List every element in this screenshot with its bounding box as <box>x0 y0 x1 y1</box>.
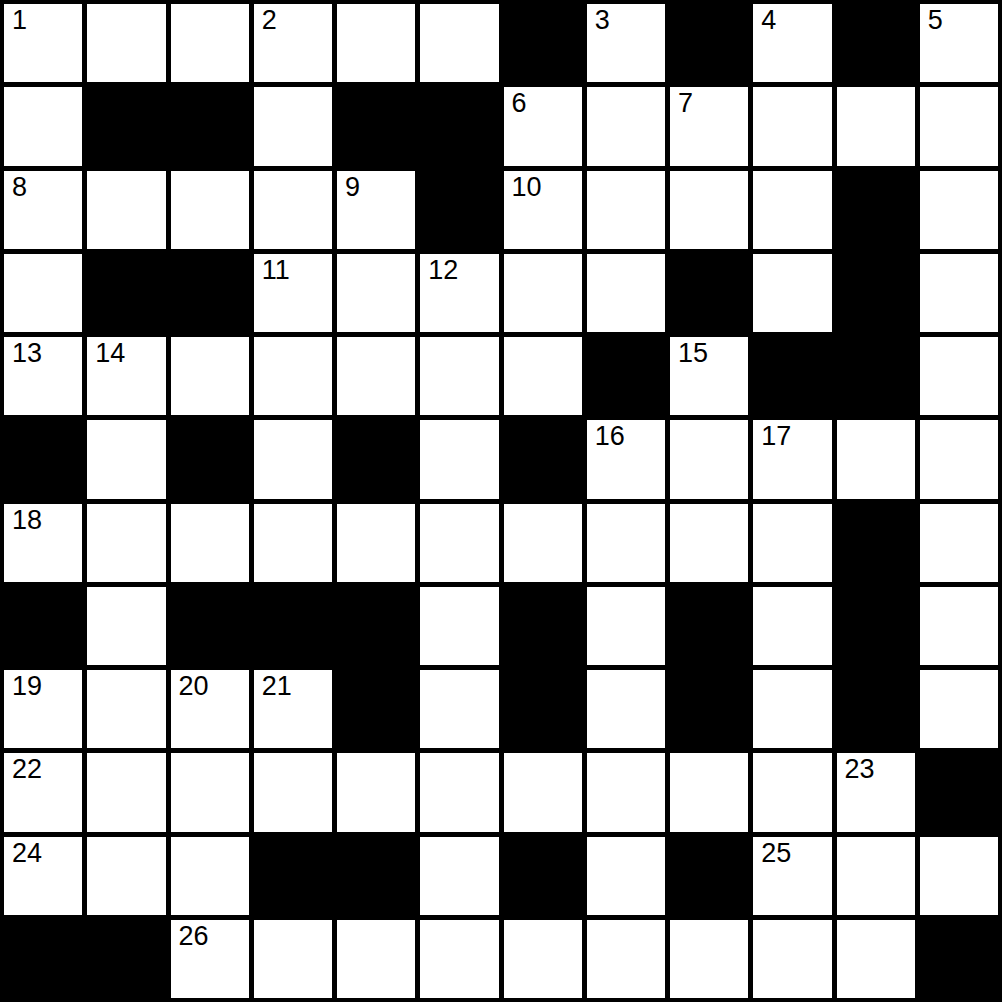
white-cell-r8c8[interactable] <box>587 587 665 665</box>
white-cell-r12c4[interactable] <box>254 920 332 998</box>
black-cell-r8c11 <box>837 587 915 665</box>
black-cell-r6c1 <box>4 420 82 498</box>
white-cell-r10c3[interactable] <box>171 753 249 831</box>
white-cell-r12c10[interactable] <box>753 920 831 998</box>
white-cell-r9c6[interactable] <box>420 670 498 748</box>
white-cell-r5c9[interactable]: 15 <box>670 337 748 415</box>
white-cell-r2c12[interactable] <box>920 87 998 165</box>
black-cell-r5c11 <box>837 337 915 415</box>
white-cell-r4c7[interactable] <box>504 254 582 332</box>
white-cell-r4c8[interactable] <box>587 254 665 332</box>
black-cell-r4c3 <box>171 254 249 332</box>
white-cell-r12c5[interactable] <box>337 920 415 998</box>
white-cell-r4c10[interactable] <box>753 254 831 332</box>
clue-number-13: 13 <box>12 339 42 367</box>
white-cell-r8c10[interactable] <box>753 587 831 665</box>
white-cell-r4c6[interactable]: 12 <box>420 254 498 332</box>
white-cell-r9c2[interactable] <box>87 670 165 748</box>
clue-number-11: 11 <box>262 256 290 284</box>
black-cell-r10c12 <box>920 753 998 831</box>
white-cell-r11c1[interactable]: 24 <box>4 837 82 915</box>
clue-number-17: 17 <box>761 422 791 450</box>
clue-number-12: 12 <box>428 256 458 284</box>
clue-number-22: 22 <box>12 755 42 783</box>
white-cell-r6c2[interactable] <box>87 420 165 498</box>
white-cell-r1c3[interactable] <box>171 4 249 82</box>
clue-number-9: 9 <box>345 173 360 201</box>
white-cell-r2c8[interactable] <box>587 87 665 165</box>
white-cell-r9c4[interactable]: 21 <box>254 670 332 748</box>
black-cell-r2c2 <box>87 87 165 165</box>
white-cell-r8c12[interactable] <box>920 587 998 665</box>
white-cell-r1c12[interactable]: 5 <box>920 4 998 82</box>
white-cell-r10c10[interactable] <box>753 753 831 831</box>
white-cell-r4c12[interactable] <box>920 254 998 332</box>
black-cell-r1c11 <box>837 4 915 82</box>
white-cell-r2c11[interactable] <box>837 87 915 165</box>
clue-number-5: 5 <box>928 6 943 34</box>
white-cell-r11c8[interactable] <box>587 837 665 915</box>
white-cell-r3c4[interactable] <box>254 171 332 249</box>
black-cell-r3c6 <box>420 171 498 249</box>
white-cell-r6c11[interactable] <box>837 420 915 498</box>
clue-number-20: 20 <box>179 672 209 700</box>
black-cell-r9c5 <box>337 670 415 748</box>
white-cell-r3c3[interactable] <box>171 171 249 249</box>
black-cell-r9c9 <box>670 670 748 748</box>
black-cell-r8c3 <box>171 587 249 665</box>
white-cell-r9c8[interactable] <box>587 670 665 748</box>
black-cell-r7c11 <box>837 504 915 582</box>
clue-number-24: 24 <box>12 839 42 867</box>
white-cell-r10c5[interactable] <box>337 753 415 831</box>
white-cell-r4c1[interactable] <box>4 254 82 332</box>
black-cell-r4c11 <box>837 254 915 332</box>
white-cell-r12c3[interactable]: 26 <box>171 920 249 998</box>
white-cell-r10c7[interactable] <box>504 753 582 831</box>
white-cell-r11c3[interactable] <box>171 837 249 915</box>
white-cell-r2c4[interactable] <box>254 87 332 165</box>
white-cell-r10c8[interactable] <box>587 753 665 831</box>
white-cell-r3c5[interactable]: 9 <box>337 171 415 249</box>
clue-number-14: 14 <box>95 339 125 367</box>
black-cell-r3c11 <box>837 171 915 249</box>
black-cell-r11c7 <box>504 837 582 915</box>
white-cell-r10c9[interactable] <box>670 753 748 831</box>
white-cell-r6c10[interactable]: 17 <box>753 420 831 498</box>
white-cell-r7c2[interactable] <box>87 504 165 582</box>
black-cell-r1c9 <box>670 4 748 82</box>
clue-number-25: 25 <box>761 839 791 867</box>
black-cell-r8c4 <box>254 587 332 665</box>
white-cell-r11c10[interactable]: 25 <box>753 837 831 915</box>
white-cell-r7c3[interactable] <box>171 504 249 582</box>
black-cell-r8c1 <box>4 587 82 665</box>
white-cell-r10c1[interactable]: 22 <box>4 753 82 831</box>
white-cell-r12c7[interactable] <box>504 920 582 998</box>
white-cell-r3c10[interactable] <box>753 171 831 249</box>
black-cell-r11c4 <box>254 837 332 915</box>
white-cell-r11c12[interactable] <box>920 837 998 915</box>
clue-number-10: 10 <box>512 173 542 201</box>
clue-number-7: 7 <box>678 89 693 117</box>
white-cell-r7c4[interactable] <box>254 504 332 582</box>
black-cell-r11c9 <box>670 837 748 915</box>
white-cell-r12c8[interactable] <box>587 920 665 998</box>
white-cell-r9c1[interactable]: 19 <box>4 670 82 748</box>
black-cell-r9c11 <box>837 670 915 748</box>
white-cell-r2c1[interactable] <box>4 87 82 165</box>
white-cell-r5c12[interactable] <box>920 337 998 415</box>
white-cell-r1c8[interactable]: 3 <box>587 4 665 82</box>
black-cell-r12c2 <box>87 920 165 998</box>
white-cell-r1c2[interactable] <box>87 4 165 82</box>
clue-number-21: 21 <box>262 672 292 700</box>
black-cell-r12c1 <box>4 920 82 998</box>
black-cell-r9c7 <box>504 670 582 748</box>
white-cell-r6c4[interactable] <box>254 420 332 498</box>
white-cell-r6c8[interactable]: 16 <box>587 420 665 498</box>
white-cell-r7c8[interactable] <box>587 504 665 582</box>
white-cell-r9c3[interactable]: 20 <box>171 670 249 748</box>
white-cell-r10c6[interactable] <box>420 753 498 831</box>
white-cell-r3c9[interactable] <box>670 171 748 249</box>
white-cell-r7c6[interactable] <box>420 504 498 582</box>
clue-number-16: 16 <box>595 422 625 450</box>
white-cell-r1c10[interactable]: 4 <box>753 4 831 82</box>
white-cell-r6c12[interactable] <box>920 420 998 498</box>
white-cell-r11c11[interactable] <box>837 837 915 915</box>
white-cell-r1c1[interactable]: 1 <box>4 4 82 82</box>
white-cell-r7c1[interactable]: 18 <box>4 504 82 582</box>
clue-number-4: 4 <box>761 6 776 34</box>
white-cell-r7c5[interactable] <box>337 504 415 582</box>
black-cell-r2c5 <box>337 87 415 165</box>
black-cell-r4c2 <box>87 254 165 332</box>
white-cell-r6c6[interactable] <box>420 420 498 498</box>
white-cell-r2c7[interactable]: 6 <box>504 87 582 165</box>
white-cell-r12c6[interactable] <box>420 920 498 998</box>
clue-number-19: 19 <box>12 672 42 700</box>
black-cell-r11c5 <box>337 837 415 915</box>
white-cell-r8c2[interactable] <box>87 587 165 665</box>
clue-number-3: 3 <box>595 6 610 34</box>
black-cell-r6c7 <box>504 420 582 498</box>
white-cell-r7c12[interactable] <box>920 504 998 582</box>
black-cell-r1c7 <box>504 4 582 82</box>
clue-number-18: 18 <box>12 506 42 534</box>
black-cell-r5c10 <box>753 337 831 415</box>
white-cell-r8c6[interactable] <box>420 587 498 665</box>
white-cell-r10c11[interactable]: 23 <box>837 753 915 831</box>
white-cell-r11c2[interactable] <box>87 837 165 915</box>
white-cell-r5c5[interactable] <box>337 337 415 415</box>
clue-number-23: 23 <box>845 755 875 783</box>
white-cell-r3c7[interactable]: 10 <box>504 171 582 249</box>
clue-number-2: 2 <box>262 6 277 34</box>
white-cell-r5c1[interactable]: 13 <box>4 337 82 415</box>
white-cell-r1c6[interactable] <box>420 4 498 82</box>
white-cell-r4c4[interactable]: 11 <box>254 254 332 332</box>
black-cell-r12c12 <box>920 920 998 998</box>
white-cell-r1c5[interactable] <box>337 4 415 82</box>
white-cell-r7c10[interactable] <box>753 504 831 582</box>
white-cell-r10c2[interactable] <box>87 753 165 831</box>
white-cell-r9c12[interactable] <box>920 670 998 748</box>
clue-number-8: 8 <box>12 173 27 201</box>
black-cell-r2c3 <box>171 87 249 165</box>
white-cell-r5c6[interactable] <box>420 337 498 415</box>
white-cell-r10c4[interactable] <box>254 753 332 831</box>
black-cell-r6c5 <box>337 420 415 498</box>
black-cell-r5c8 <box>587 337 665 415</box>
clue-number-1: 1 <box>12 6 27 34</box>
clue-number-6: 6 <box>512 89 527 117</box>
black-cell-r2c6 <box>420 87 498 165</box>
white-cell-r3c2[interactable] <box>87 171 165 249</box>
white-cell-r4c5[interactable] <box>337 254 415 332</box>
black-cell-r8c5 <box>337 587 415 665</box>
white-cell-r3c1[interactable]: 8 <box>4 171 82 249</box>
crossword-board: 1234567891011121314151617181920212223242… <box>0 0 1002 1002</box>
white-cell-r1c4[interactable]: 2 <box>254 4 332 82</box>
white-cell-r12c11[interactable] <box>837 920 915 998</box>
white-cell-r6c9[interactable] <box>670 420 748 498</box>
white-cell-r2c9[interactable]: 7 <box>670 87 748 165</box>
clue-number-15: 15 <box>678 339 708 367</box>
white-cell-r5c7[interactable] <box>504 337 582 415</box>
white-cell-r11c6[interactable] <box>420 837 498 915</box>
white-cell-r2c10[interactable] <box>753 87 831 165</box>
white-cell-r5c2[interactable]: 14 <box>87 337 165 415</box>
black-cell-r4c9 <box>670 254 748 332</box>
black-cell-r8c7 <box>504 587 582 665</box>
white-cell-r7c9[interactable] <box>670 504 748 582</box>
white-cell-r5c3[interactable] <box>171 337 249 415</box>
white-cell-r7c7[interactable] <box>504 504 582 582</box>
clue-number-26: 26 <box>179 922 209 950</box>
white-cell-r3c8[interactable] <box>587 171 665 249</box>
white-cell-r3c12[interactable] <box>920 171 998 249</box>
black-cell-r6c3 <box>171 420 249 498</box>
white-cell-r5c4[interactable] <box>254 337 332 415</box>
white-cell-r12c9[interactable] <box>670 920 748 998</box>
black-cell-r8c9 <box>670 587 748 665</box>
white-cell-r9c10[interactable] <box>753 670 831 748</box>
